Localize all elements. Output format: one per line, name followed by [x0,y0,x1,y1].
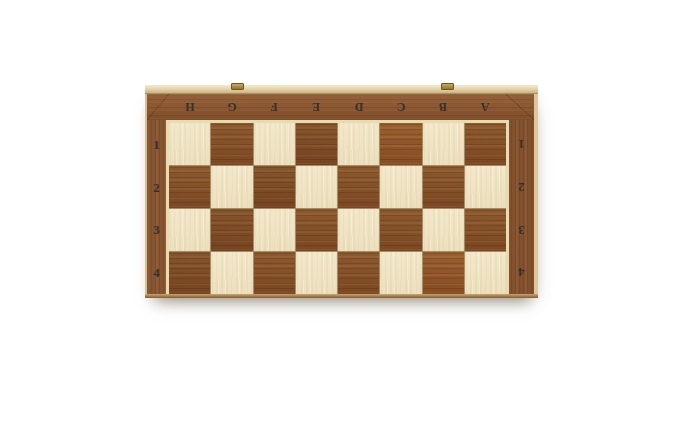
file-label-h: H [169,101,211,113]
board-grid [169,123,506,294]
square-h2[interactable] [169,166,210,208]
square-h1[interactable] [169,123,210,165]
file-label-c: C [380,101,422,113]
rank-label-right-2: 2 [509,166,534,209]
rank-label-left-1: 1 [147,123,166,166]
file-label-a: A [464,101,506,113]
rank-labels-right: 1234 [509,123,534,294]
photo-background: HGFEDCBA 1234 1234 [0,0,680,425]
square-d3[interactable] [338,209,379,251]
square-h4[interactable] [169,252,210,294]
square-a1[interactable] [465,123,506,165]
square-b1[interactable] [423,123,464,165]
square-a4[interactable] [465,252,506,294]
file-labels: HGFEDCBA [169,94,506,120]
rank-label-right-3: 3 [509,209,534,252]
square-g1[interactable] [211,123,252,165]
square-a3[interactable] [465,209,506,251]
walnut-frame: HGFEDCBA 1234 1234 [145,94,538,294]
square-f2[interactable] [254,166,295,208]
square-b3[interactable] [423,209,464,251]
square-c1[interactable] [380,123,421,165]
square-e4[interactable] [296,252,337,294]
board-folded-top-edge [145,85,538,94]
rank-label-left-2: 2 [147,166,166,209]
square-d4[interactable] [338,252,379,294]
square-f4[interactable] [254,252,295,294]
square-g2[interactable] [211,166,252,208]
square-d1[interactable] [338,123,379,165]
file-label-g: G [211,101,253,113]
rank-label-right-4: 4 [509,251,534,294]
square-f1[interactable] [254,123,295,165]
square-e1[interactable] [296,123,337,165]
file-label-b: B [422,101,464,113]
file-label-f: F [253,101,295,113]
rank-labels-left: 1234 [147,123,166,294]
square-b4[interactable] [423,252,464,294]
rank-label-right-1: 1 [509,123,534,166]
square-e2[interactable] [296,166,337,208]
square-c2[interactable] [380,166,421,208]
file-label-e: E [295,101,337,113]
square-c4[interactable] [380,252,421,294]
square-c3[interactable] [380,209,421,251]
rank-label-left-3: 3 [147,209,166,252]
fold-cut-edge [145,294,538,298]
square-b2[interactable] [423,166,464,208]
square-h3[interactable] [169,209,210,251]
square-g4[interactable] [211,252,252,294]
square-d2[interactable] [338,166,379,208]
square-f3[interactable] [254,209,295,251]
brass-hinge-right [441,83,454,90]
brass-hinge-left [231,83,244,90]
file-label-d: D [338,101,380,113]
maple-inlay [166,120,509,294]
square-e3[interactable] [296,209,337,251]
square-g3[interactable] [211,209,252,251]
chessboard: HGFEDCBA 1234 1234 [145,85,538,298]
square-a2[interactable] [465,166,506,208]
rank-label-left-4: 4 [147,251,166,294]
